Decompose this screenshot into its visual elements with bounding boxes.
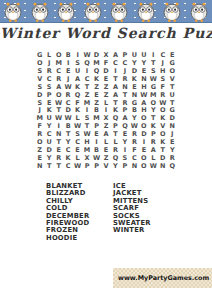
- grid-cell-r15c1: N: [35, 163, 44, 171]
- owl-icon: [108, 2, 130, 22]
- owl-border-decoration: [0, 0, 212, 23]
- word-list: BLANKETBLIZZARDCHILLYCOLDDECEMBERFIREWOO…: [46, 183, 151, 242]
- puzzle-page: Winter Word Search Puzzle GLOBIWDXAPUUIC…: [0, 0, 212, 300]
- owl-icon: [2, 2, 24, 22]
- word-hoodie: HOODIE: [46, 235, 113, 242]
- word-search-grid: GLOBIWDXAPUUICEOJMISQMFCCYYTJGSRCEUIQDIJ…: [35, 52, 177, 171]
- owl-icon: [135, 2, 157, 22]
- grid-cell-r15c14: N: [158, 163, 167, 171]
- footer-credit: www.MyPartyGames.com: [113, 268, 212, 288]
- owl-icon: [188, 2, 210, 22]
- grid-cell-r15c2: T: [44, 163, 53, 171]
- owl-icon: [29, 2, 51, 22]
- grid-cell-r15c10: P: [120, 163, 129, 171]
- owl-icon: [161, 2, 183, 22]
- grid-cell-r15c6: P: [82, 163, 91, 171]
- puzzle-title: Winter Word Search Puzzle: [0, 25, 212, 41]
- grid-cell-r15c4: C: [63, 163, 72, 171]
- grid-cell-r15c5: W: [73, 163, 82, 171]
- grid-cell-r15c13: W: [149, 163, 158, 171]
- word-list-left: BLANKETBLIZZARDCHILLYCOLDDECEMBERFIREWOO…: [46, 183, 113, 242]
- owl-icon: [82, 2, 104, 22]
- word-winter: WINTER: [113, 227, 151, 234]
- grid-cell-r15c8: V: [101, 163, 110, 171]
- grid-cell-r15c7: P: [92, 163, 101, 171]
- owl-icon: [55, 2, 77, 22]
- word-list-right: ICEJACKETMITTENSSCARFSOCKSSWEATERWINTER: [113, 183, 151, 242]
- grid-cell-r15c3: T: [54, 163, 63, 171]
- website-url: www.MyPartyGames.com: [118, 274, 209, 282]
- grid-cell-r15c12: O: [139, 163, 148, 171]
- grid-cell-r15c15: Q: [168, 163, 177, 171]
- grid-cell-r15c11: N: [130, 163, 139, 171]
- grid-cell-r15c9: Y: [111, 163, 120, 171]
